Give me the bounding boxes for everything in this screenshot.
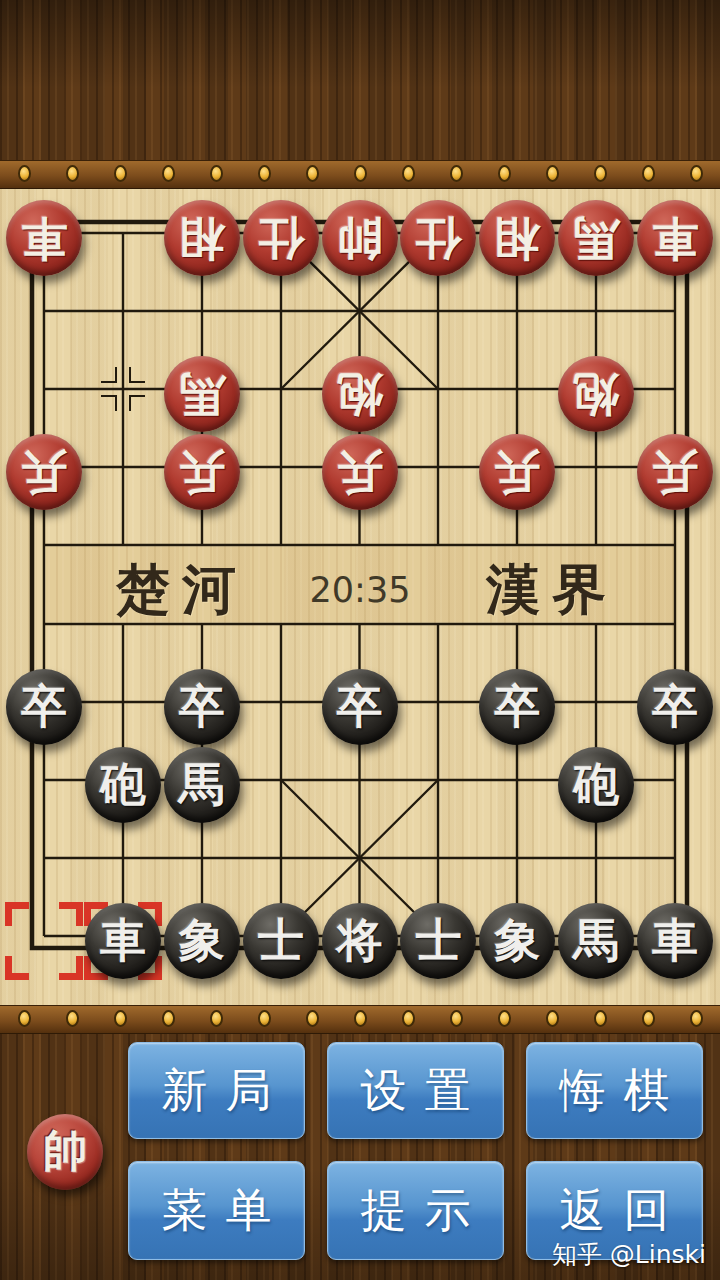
piece-black-士[interactable]: 士 — [243, 903, 319, 979]
piece-red-仕[interactable]: 仕 — [243, 200, 319, 276]
gold-stud-icon — [642, 165, 655, 182]
new-game-button[interactable]: 新局 — [128, 1042, 305, 1139]
piece-glyph: 馬 — [573, 215, 619, 261]
piece-red-兵[interactable]: 兵 — [637, 434, 713, 510]
piece-red-馬[interactable]: 馬 — [558, 200, 634, 276]
gold-stud-icon — [162, 165, 175, 182]
piece-red-車[interactable]: 車 — [6, 200, 82, 276]
marker-corner — [59, 956, 83, 980]
gold-stud-icon — [594, 165, 607, 182]
piece-red-兵[interactable]: 兵 — [6, 434, 82, 510]
piece-glyph: 卒 — [494, 684, 540, 730]
gold-stud-icon — [306, 165, 319, 182]
gold-stud-icon — [210, 165, 223, 182]
gold-stud-icon — [450, 165, 463, 182]
piece-red-相[interactable]: 相 — [164, 200, 240, 276]
gold-stud-icon — [690, 165, 703, 182]
gold-stud-icon — [66, 1010, 79, 1027]
gold-stud-icon — [210, 1010, 223, 1027]
piece-glyph: 炮 — [573, 371, 619, 417]
last-move-from-marker — [5, 902, 83, 980]
gold-stud-icon — [258, 165, 271, 182]
piece-glyph: 象 — [494, 918, 540, 964]
marker-corner — [101, 395, 117, 411]
gold-stud-icon — [114, 1010, 127, 1027]
piece-glyph: 象 — [179, 918, 225, 964]
piece-glyph: 卒 — [21, 684, 67, 730]
piece-red-仕[interactable]: 仕 — [400, 200, 476, 276]
gold-stud-icon — [450, 1010, 463, 1027]
piece-glyph: 仕 — [258, 215, 304, 261]
gold-stud-icon — [498, 1010, 511, 1027]
piece-red-炮[interactable]: 炮 — [558, 356, 634, 432]
gold-stud-icon — [594, 1010, 607, 1027]
piece-glyph: 車 — [652, 918, 698, 964]
piece-black-卒[interactable]: 卒 — [6, 669, 82, 745]
piece-glyph: 帥 — [337, 215, 383, 261]
piece-black-卒[interactable]: 卒 — [637, 669, 713, 745]
turn-indicator-piece: 帥 — [27, 1114, 103, 1190]
river-label-left: 楚河 — [116, 554, 248, 627]
piece-glyph: 馬 — [179, 762, 225, 808]
piece-red-相[interactable]: 相 — [479, 200, 555, 276]
piece-black-砲[interactable]: 砲 — [85, 747, 161, 823]
piece-glyph: 兵 — [494, 449, 540, 495]
xiangqi-game-screen: 楚河 漢界 20:35 車相仕帥仕相馬車馬炮炮兵兵兵兵兵卒卒卒卒卒砲馬砲車象士将… — [0, 0, 720, 1280]
gold-stud-icon — [546, 165, 559, 182]
piece-black-馬[interactable]: 馬 — [164, 747, 240, 823]
piece-glyph: 砲 — [573, 762, 619, 808]
cannon-point-marker — [101, 367, 145, 411]
piece-glyph: 士 — [258, 918, 304, 964]
piece-red-馬[interactable]: 馬 — [164, 356, 240, 432]
piece-glyph: 相 — [494, 215, 540, 261]
gold-stud-icon — [258, 1010, 271, 1027]
gold-stud-icon — [498, 165, 511, 182]
river-label-right: 漢界 — [486, 554, 618, 627]
gold-stud-icon — [642, 1010, 655, 1027]
piece-black-卒[interactable]: 卒 — [479, 669, 555, 745]
gold-stud-icon — [354, 1010, 367, 1027]
piece-glyph: 相 — [179, 215, 225, 261]
piece-black-象[interactable]: 象 — [164, 903, 240, 979]
menu-button[interactable]: 菜单 — [128, 1161, 305, 1260]
piece-glyph: 車 — [100, 918, 146, 964]
piece-black-車[interactable]: 車 — [637, 903, 713, 979]
piece-glyph: 馬 — [179, 371, 225, 417]
marker-corner — [5, 956, 29, 980]
gold-stud-icon — [402, 1010, 415, 1027]
marker-corner — [5, 902, 29, 926]
gold-stud-icon — [546, 1010, 559, 1027]
button-panel: 新局 设置 悔棋 菜单 提示 返回 — [128, 1042, 703, 1260]
piece-glyph: 馬 — [573, 918, 619, 964]
wood-background-top — [0, 0, 720, 160]
piece-glyph: 卒 — [337, 684, 383, 730]
piece-black-将[interactable]: 将 — [322, 903, 398, 979]
gold-stud-icon — [18, 1010, 31, 1027]
piece-red-車[interactable]: 車 — [637, 200, 713, 276]
piece-black-士[interactable]: 士 — [400, 903, 476, 979]
piece-black-砲[interactable]: 砲 — [558, 747, 634, 823]
piece-black-車[interactable]: 車 — [85, 903, 161, 979]
watermark: 知乎 @Linski — [552, 1238, 706, 1271]
marker-corner — [129, 395, 145, 411]
piece-glyph: 士 — [415, 918, 461, 964]
piece-glyph: 車 — [21, 215, 67, 261]
piece-black-卒[interactable]: 卒 — [164, 669, 240, 745]
gold-stud-icon — [690, 1010, 703, 1027]
game-timer: 20:35 — [300, 570, 420, 610]
gold-stud-icon — [114, 165, 127, 182]
piece-glyph: 兵 — [179, 449, 225, 495]
gold-stud-icon — [306, 1010, 319, 1027]
piece-glyph: 砲 — [100, 762, 146, 808]
marker-corner — [129, 367, 145, 383]
board-top-rail — [0, 160, 720, 189]
gold-stud-icon — [66, 165, 79, 182]
piece-glyph: 兵 — [337, 449, 383, 495]
piece-glyph: 仕 — [415, 215, 461, 261]
gold-stud-icon — [354, 165, 367, 182]
red-general-glyph: 帥 — [43, 1130, 87, 1174]
gold-stud-icon — [18, 165, 31, 182]
piece-red-兵[interactable]: 兵 — [322, 434, 398, 510]
hint-button[interactable]: 提示 — [327, 1161, 504, 1260]
piece-red-炮[interactable]: 炮 — [322, 356, 398, 432]
piece-red-帥[interactable]: 帥 — [322, 200, 398, 276]
gold-stud-icon — [162, 1010, 175, 1027]
piece-black-卒[interactable]: 卒 — [322, 669, 398, 745]
piece-glyph: 卒 — [652, 684, 698, 730]
piece-glyph: 卒 — [179, 684, 225, 730]
marker-corner — [101, 367, 117, 383]
undo-button[interactable]: 悔棋 — [526, 1042, 703, 1139]
piece-glyph: 炮 — [337, 371, 383, 417]
marker-corner — [59, 902, 83, 926]
piece-red-兵[interactable]: 兵 — [164, 434, 240, 510]
piece-glyph: 車 — [652, 215, 698, 261]
board-bottom-rail — [0, 1005, 720, 1034]
piece-black-象[interactable]: 象 — [479, 903, 555, 979]
piece-glyph: 兵 — [21, 449, 67, 495]
piece-glyph: 兵 — [652, 449, 698, 495]
piece-black-馬[interactable]: 馬 — [558, 903, 634, 979]
gold-stud-icon — [402, 165, 415, 182]
settings-button[interactable]: 设置 — [327, 1042, 504, 1139]
piece-glyph: 将 — [337, 918, 383, 964]
